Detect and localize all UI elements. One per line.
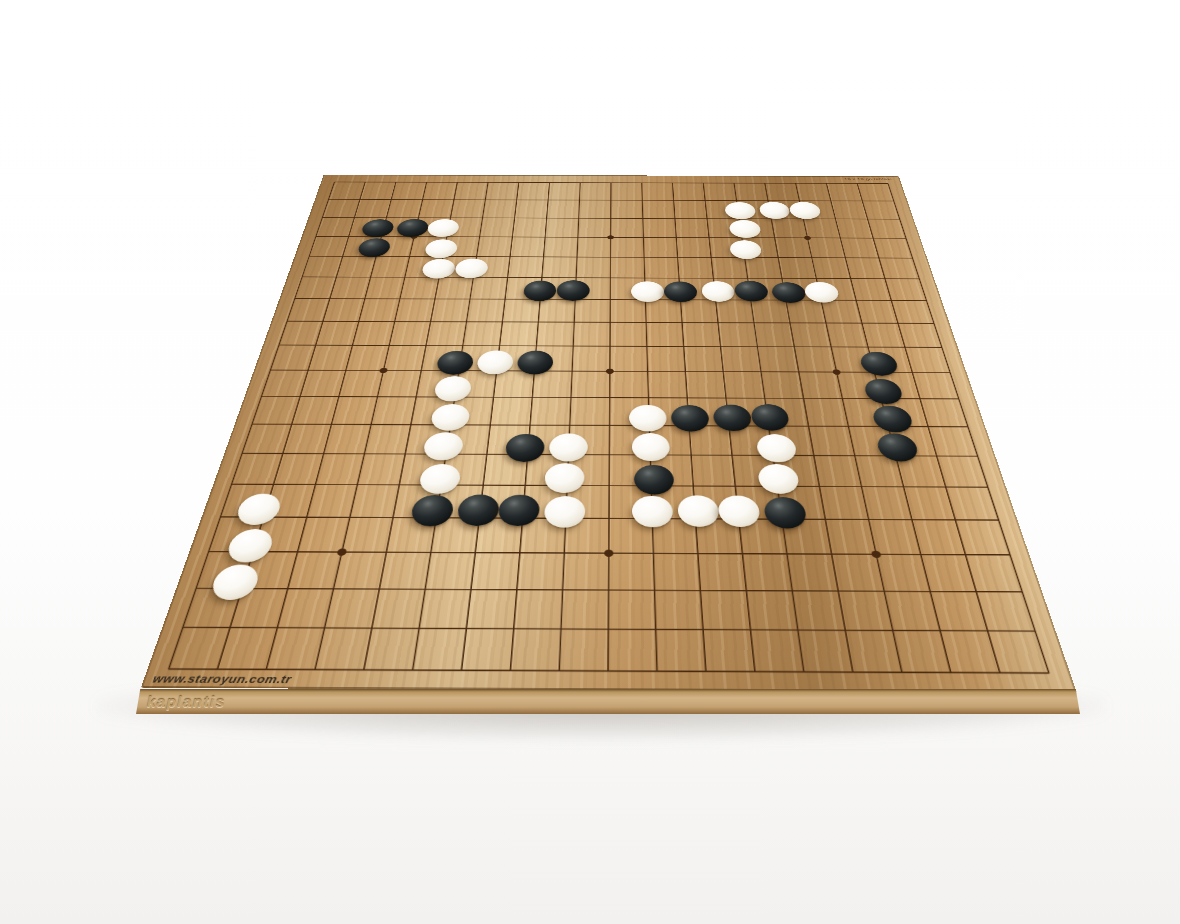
stone-white[interactable]: [418, 464, 462, 494]
stone-black[interactable]: [875, 434, 921, 462]
stone-white[interactable]: [426, 219, 460, 237]
stone-black[interactable]: [862, 379, 905, 404]
stone-white[interactable]: [631, 281, 665, 302]
stone-white[interactable]: [234, 494, 284, 525]
stone-white[interactable]: [476, 351, 514, 375]
stone-black[interactable]: [505, 434, 546, 462]
stone-white[interactable]: [788, 202, 822, 219]
stone-black[interactable]: [517, 350, 554, 374]
stone-black[interactable]: [871, 405, 915, 432]
stone-black[interactable]: [713, 405, 753, 432]
stone-white[interactable]: [677, 496, 720, 528]
stone-white[interactable]: [208, 564, 262, 600]
stone-white[interactable]: [729, 240, 763, 259]
stone-black[interactable]: [858, 352, 900, 376]
stone-white[interactable]: [701, 281, 736, 302]
stone-black[interactable]: [395, 219, 430, 237]
stone-white[interactable]: [757, 464, 801, 494]
stone-white[interactable]: [631, 433, 670, 461]
stone-white[interactable]: [724, 202, 757, 219]
stone-black[interactable]: [409, 495, 454, 527]
stone-black[interactable]: [497, 494, 540, 525]
board-corner-text: 19 x 19 go tahtası: [844, 177, 893, 181]
stone-white[interactable]: [430, 404, 471, 431]
stone-white[interactable]: [629, 405, 667, 432]
stone-white[interactable]: [422, 432, 465, 460]
board-perspective-wrap: 19 x 19 go tahtası www.staroyun.com.tr: [140, 0, 1076, 690]
stone-white[interactable]: [728, 220, 761, 238]
stone-white[interactable]: [632, 496, 674, 528]
stone-white[interactable]: [421, 259, 457, 279]
stone-black[interactable]: [733, 281, 769, 302]
stone-white[interactable]: [424, 239, 459, 258]
stone-white[interactable]: [717, 495, 761, 527]
stone-black[interactable]: [360, 219, 395, 237]
stone-black[interactable]: [750, 404, 791, 431]
product-photo-scene: 19 x 19 go tahtası www.staroyun.com.tr k…: [0, 0, 1180, 924]
stone-white[interactable]: [549, 433, 588, 461]
stone-black[interactable]: [763, 497, 808, 529]
board-side-edge: kaplantis: [136, 689, 1080, 716]
stone-white[interactable]: [756, 434, 798, 462]
stone-black[interactable]: [356, 238, 392, 257]
stone-white[interactable]: [544, 463, 585, 493]
stone-black[interactable]: [671, 405, 710, 432]
stone-white[interactable]: [454, 259, 489, 279]
stone-black[interactable]: [634, 465, 674, 495]
stone-white[interactable]: [758, 202, 791, 219]
stone-white[interactable]: [433, 376, 473, 401]
stone-black[interactable]: [556, 280, 590, 301]
stone-white[interactable]: [803, 282, 840, 303]
stone-black[interactable]: [456, 495, 500, 527]
stone-black[interactable]: [435, 351, 474, 375]
stone-black[interactable]: [523, 281, 557, 302]
go-board[interactable]: 19 x 19 go tahtası www.staroyun.com.tr: [141, 175, 1077, 693]
stone-white[interactable]: [544, 496, 586, 528]
stone-white[interactable]: [224, 529, 276, 562]
brand-logo: kaplantis: [147, 693, 226, 710]
stone-black[interactable]: [770, 282, 807, 303]
stones-layer: [141, 175, 1077, 693]
stone-black[interactable]: [664, 281, 698, 302]
